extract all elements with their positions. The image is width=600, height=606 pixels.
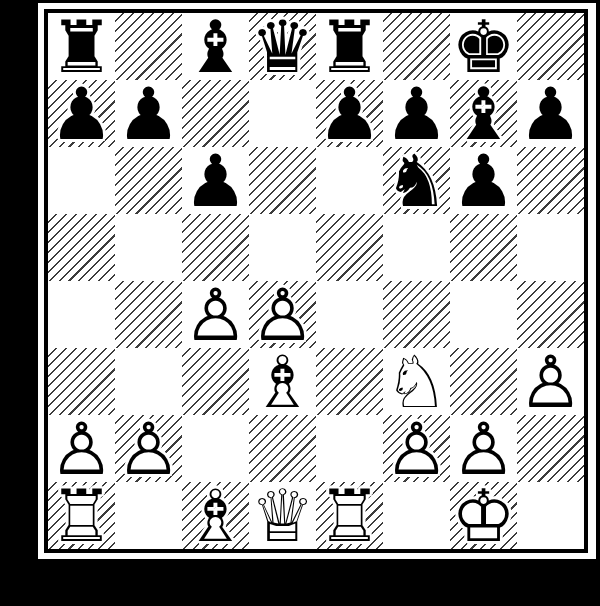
square-g2[interactable]: ♟♙ [450,415,517,482]
white-rook-icon: ♖ [49,480,114,552]
black-pawn-a7[interactable]: ♟♟ [48,80,115,147]
square-b7[interactable]: ♟♟ [115,80,182,147]
black-rook-a8[interactable]: ♜♜ [48,13,115,80]
white-bishop-c1[interactable]: ♝♗ [182,482,249,549]
black-bishop-c8[interactable]: ♝♝ [182,13,249,80]
square-g4[interactable] [450,281,517,348]
square-g5[interactable] [450,214,517,281]
white-pawn-f2[interactable]: ♟♙ [383,415,450,482]
square-h4[interactable] [517,281,584,348]
square-h5[interactable] [517,214,584,281]
square-h8[interactable] [517,13,584,80]
square-b3[interactable] [115,348,182,415]
white-pawn-icon: ♙ [116,413,181,485]
chess-board: ♜♜♝♝♛♛♜♜♚♚♟♟♟♟♟♟♟♟♝♝♟♟♟♟♞♞♟♟♟♙♟♙♝♗♞♘♟♙♟♙… [44,9,588,553]
square-e1[interactable]: ♜♖ [316,482,383,549]
white-bishop-icon: ♗ [183,480,248,552]
square-e3[interactable] [316,348,383,415]
square-f2[interactable]: ♟♙ [383,415,450,482]
square-f4[interactable] [383,281,450,348]
square-d3[interactable]: ♝♗ [249,348,316,415]
square-c5[interactable] [182,214,249,281]
white-rook-a1[interactable]: ♜♖ [48,482,115,549]
white-pawn-icon: ♙ [518,346,583,418]
square-b6[interactable] [115,147,182,214]
square-a1[interactable]: ♜♖ [48,482,115,549]
square-g6[interactable]: ♟♟ [450,147,517,214]
square-h6[interactable] [517,147,584,214]
white-pawn-icon: ♙ [384,413,449,485]
square-b2[interactable]: ♟♙ [115,415,182,482]
square-c4[interactable]: ♟♙ [182,281,249,348]
square-c8[interactable]: ♝♝ [182,13,249,80]
square-c6[interactable]: ♟♟ [182,147,249,214]
black-pawn-icon: ♟ [116,78,181,150]
square-a6[interactable] [48,147,115,214]
white-pawn-h3[interactable]: ♟♙ [517,348,584,415]
square-h1[interactable] [517,482,584,549]
square-g3[interactable] [450,348,517,415]
black-pawn-icon: ♟ [451,145,516,217]
square-f6[interactable]: ♞♞ [383,147,450,214]
square-f7[interactable]: ♟♟ [383,80,450,147]
white-king-g1[interactable]: ♚♔ [450,482,517,549]
square-f5[interactable] [383,214,450,281]
square-a7[interactable]: ♟♟ [48,80,115,147]
white-queen-d1[interactable]: ♛♕ [249,482,316,549]
black-pawn-icon: ♟ [518,78,583,150]
square-e7[interactable]: ♟♟ [316,80,383,147]
square-h7[interactable]: ♟♟ [517,80,584,147]
square-f1[interactable] [383,482,450,549]
white-pawn-d4[interactable]: ♟♙ [249,281,316,348]
square-a4[interactable] [48,281,115,348]
black-pawn-e7[interactable]: ♟♟ [316,80,383,147]
square-h2[interactable] [517,415,584,482]
white-bishop-d3[interactable]: ♝♗ [249,348,316,415]
white-knight-f3[interactable]: ♞♘ [383,348,450,415]
black-king-g8[interactable]: ♚♚ [450,13,517,80]
black-knight-f6[interactable]: ♞♞ [383,147,450,214]
black-queen-icon: ♛ [250,11,315,83]
square-e2[interactable] [316,415,383,482]
square-d8[interactable]: ♛♛ [249,13,316,80]
page-background: ♜♜♝♝♛♛♜♜♚♚♟♟♟♟♟♟♟♟♝♝♟♟♟♟♞♞♟♟♟♙♟♙♝♗♞♘♟♙♟♙… [0,0,600,606]
white-pawn-a2[interactable]: ♟♙ [48,415,115,482]
square-c3[interactable] [182,348,249,415]
black-rook-e8[interactable]: ♜♜ [316,13,383,80]
square-f8[interactable] [383,13,450,80]
square-d6[interactable] [249,147,316,214]
square-b8[interactable] [115,13,182,80]
white-rook-icon: ♖ [317,480,382,552]
white-rook-e1[interactable]: ♜♖ [316,482,383,549]
square-e4[interactable] [316,281,383,348]
square-b1[interactable] [115,482,182,549]
square-a3[interactable] [48,348,115,415]
white-pawn-icon: ♙ [183,279,248,351]
black-bishop-icon: ♝ [183,11,248,83]
black-pawn-icon: ♟ [49,78,114,150]
white-pawn-g2[interactable]: ♟♙ [450,415,517,482]
black-pawn-b7[interactable]: ♟♟ [115,80,182,147]
white-king-icon: ♔ [451,480,516,552]
white-pawn-b2[interactable]: ♟♙ [115,415,182,482]
square-c7[interactable] [182,80,249,147]
square-c1[interactable]: ♝♗ [182,482,249,549]
square-c2[interactable] [182,415,249,482]
black-pawn-f7[interactable]: ♟♟ [383,80,450,147]
square-g7[interactable]: ♝♝ [450,80,517,147]
black-queen-d8[interactable]: ♛♛ [249,13,316,80]
black-bishop-g7[interactable]: ♝♝ [450,80,517,147]
black-knight-icon: ♞ [384,145,449,217]
square-b4[interactable] [115,281,182,348]
square-h3[interactable]: ♟♙ [517,348,584,415]
black-pawn-g6[interactable]: ♟♟ [450,147,517,214]
black-pawn-icon: ♟ [317,78,382,150]
square-f3[interactable]: ♞♘ [383,348,450,415]
white-bishop-icon: ♗ [250,346,315,418]
square-e6[interactable] [316,147,383,214]
square-g8[interactable]: ♚♚ [450,13,517,80]
square-d2[interactable] [249,415,316,482]
square-a2[interactable]: ♟♙ [48,415,115,482]
square-d5[interactable] [249,214,316,281]
square-d4[interactable]: ♟♙ [249,281,316,348]
square-e8[interactable]: ♜♜ [316,13,383,80]
black-pawn-c6[interactable]: ♟♟ [182,147,249,214]
black-pawn-icon: ♟ [183,145,248,217]
square-a5[interactable] [48,214,115,281]
white-pawn-c4[interactable]: ♟♙ [182,281,249,348]
square-d7[interactable] [249,80,316,147]
white-queen-icon: ♕ [250,480,315,552]
square-a8[interactable]: ♜♜ [48,13,115,80]
square-b5[interactable] [115,214,182,281]
black-pawn-h7[interactable]: ♟♟ [517,80,584,147]
square-d1[interactable]: ♛♕ [249,482,316,549]
square-g1[interactable]: ♚♔ [450,482,517,549]
square-e5[interactable] [316,214,383,281]
